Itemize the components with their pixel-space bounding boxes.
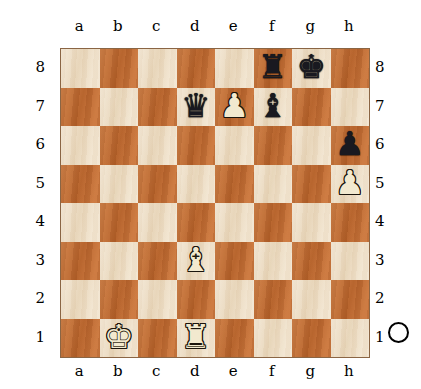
square-h7[interactable]: [331, 88, 370, 127]
rank-labels-left: 87654321: [26, 48, 52, 356]
square-a7[interactable]: [61, 88, 100, 127]
square-f7[interactable]: ♝: [254, 88, 293, 127]
white-pawn-h5[interactable]: ♟: [335, 164, 365, 203]
square-a5[interactable]: [61, 165, 100, 204]
file-labels-bottom: abcdefgh: [60, 360, 368, 382]
black-queen-d7[interactable]: ♛: [181, 87, 211, 126]
white-king-b1[interactable]: ♚: [104, 318, 134, 357]
rank-label-left-2: 2: [26, 279, 52, 318]
square-d1[interactable]: ♜: [177, 319, 216, 358]
square-a3[interactable]: [61, 242, 100, 281]
rank-label-left-3: 3: [26, 241, 52, 280]
rank-label-left-8: 8: [26, 48, 52, 87]
square-f3[interactable]: [254, 242, 293, 281]
square-e3[interactable]: [215, 242, 254, 281]
file-label-bottom-c: c: [137, 360, 176, 382]
square-e2[interactable]: [215, 280, 254, 319]
black-pawn-h6[interactable]: ♟: [335, 125, 365, 164]
square-d5[interactable]: [177, 165, 216, 204]
square-f6[interactable]: [254, 126, 293, 165]
square-c2[interactable]: [138, 280, 177, 319]
black-rook-f8[interactable]: ♜: [258, 48, 288, 87]
square-b2[interactable]: [100, 280, 139, 319]
square-b1[interactable]: ♚: [100, 319, 139, 358]
square-b4[interactable]: [100, 203, 139, 242]
white-pawn-e7[interactable]: ♟: [219, 87, 249, 126]
square-a1[interactable]: [61, 319, 100, 358]
square-f4[interactable]: [254, 203, 293, 242]
square-e7[interactable]: ♟: [215, 88, 254, 127]
chess-board: ♜♚♛♟♝♟♟♝♚♜: [60, 48, 370, 358]
file-label-bottom-a: a: [60, 360, 99, 382]
chess-diagram: abcdefgh 87654321 ♜♚♛♟♝♟♟♝♚♜ 87654321 ab…: [0, 0, 421, 389]
rank-label-left-1: 1: [26, 318, 52, 357]
file-labels-top: abcdefgh: [60, 15, 368, 37]
rank-labels-right: 87654321: [372, 48, 398, 356]
square-d6[interactable]: [177, 126, 216, 165]
file-label-top-c: c: [137, 15, 176, 37]
square-g6[interactable]: [292, 126, 331, 165]
square-c8[interactable]: [138, 49, 177, 88]
square-a6[interactable]: [61, 126, 100, 165]
square-c5[interactable]: [138, 165, 177, 204]
rank-label-right-2: 2: [372, 279, 398, 318]
file-label-bottom-e: e: [214, 360, 253, 382]
rank-label-right-3: 3: [372, 241, 398, 280]
square-b5[interactable]: [100, 165, 139, 204]
square-g1[interactable]: [292, 319, 331, 358]
rank-label-right-7: 7: [372, 87, 398, 126]
square-e4[interactable]: [215, 203, 254, 242]
square-g4[interactable]: [292, 203, 331, 242]
rank-label-left-5: 5: [26, 164, 52, 203]
square-h1[interactable]: [331, 319, 370, 358]
square-b6[interactable]: [100, 126, 139, 165]
rank-label-right-6: 6: [372, 125, 398, 164]
file-label-top-d: d: [176, 15, 215, 37]
rank-label-left-7: 7: [26, 87, 52, 126]
file-label-bottom-g: g: [291, 360, 330, 382]
file-label-top-a: a: [60, 15, 99, 37]
file-label-top-h: h: [330, 15, 369, 37]
square-e1[interactable]: [215, 319, 254, 358]
square-g8[interactable]: ♚: [292, 49, 331, 88]
square-d3[interactable]: ♝: [177, 242, 216, 281]
square-d4[interactable]: [177, 203, 216, 242]
black-bishop-f7[interactable]: ♝: [258, 87, 288, 126]
square-g3[interactable]: [292, 242, 331, 281]
file-label-bottom-d: d: [176, 360, 215, 382]
square-a2[interactable]: [61, 280, 100, 319]
white-to-move-indicator: [388, 322, 409, 343]
file-label-bottom-f: f: [253, 360, 292, 382]
square-h4[interactable]: [331, 203, 370, 242]
square-a8[interactable]: [61, 49, 100, 88]
rank-label-left-6: 6: [26, 125, 52, 164]
square-h5[interactable]: ♟: [331, 165, 370, 204]
file-label-top-f: f: [253, 15, 292, 37]
square-h2[interactable]: [331, 280, 370, 319]
square-d8[interactable]: [177, 49, 216, 88]
square-c6[interactable]: [138, 126, 177, 165]
square-g5[interactable]: [292, 165, 331, 204]
square-e6[interactable]: [215, 126, 254, 165]
rank-label-right-5: 5: [372, 164, 398, 203]
square-f5[interactable]: [254, 165, 293, 204]
rank-label-right-4: 4: [372, 202, 398, 241]
square-f8[interactable]: ♜: [254, 49, 293, 88]
square-c1[interactable]: [138, 319, 177, 358]
black-king-g8[interactable]: ♚: [296, 48, 326, 87]
square-a4[interactable]: [61, 203, 100, 242]
square-g2[interactable]: [292, 280, 331, 319]
white-bishop-d3[interactable]: ♝: [181, 241, 211, 280]
square-h6[interactable]: ♟: [331, 126, 370, 165]
square-d7[interactable]: ♛: [177, 88, 216, 127]
square-b3[interactable]: [100, 242, 139, 281]
square-f2[interactable]: [254, 280, 293, 319]
square-e5[interactable]: [215, 165, 254, 204]
white-rook-d1[interactable]: ♜: [181, 318, 211, 357]
square-c4[interactable]: [138, 203, 177, 242]
square-c7[interactable]: [138, 88, 177, 127]
rank-label-right-8: 8: [372, 48, 398, 87]
file-label-bottom-b: b: [99, 360, 138, 382]
square-g7[interactable]: [292, 88, 331, 127]
square-f1[interactable]: [254, 319, 293, 358]
file-label-top-e: e: [214, 15, 253, 37]
square-h3[interactable]: [331, 242, 370, 281]
square-e8[interactable]: [215, 49, 254, 88]
square-b8[interactable]: [100, 49, 139, 88]
square-b7[interactable]: [100, 88, 139, 127]
square-d2[interactable]: [177, 280, 216, 319]
file-label-bottom-h: h: [330, 360, 369, 382]
file-label-top-b: b: [99, 15, 138, 37]
square-h8[interactable]: [331, 49, 370, 88]
file-label-top-g: g: [291, 15, 330, 37]
rank-label-left-4: 4: [26, 202, 52, 241]
square-c3[interactable]: [138, 242, 177, 281]
